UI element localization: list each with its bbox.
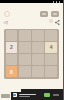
tile-8: 8: [6, 66, 18, 77]
ad-banner[interactable]: [11, 92, 64, 100]
cell: [6, 30, 18, 41]
tile-2: 2: [6, 42, 18, 53]
back-icon[interactable]: ◁: [3, 19, 8, 25]
cell: [45, 54, 57, 65]
cell: [32, 42, 44, 53]
undo-icon: [42, 13, 46, 16]
cell: 2: [6, 42, 18, 53]
battery-icon: [59, 1, 61, 3]
signal-icon: [56, 1, 58, 3]
cell: [19, 54, 31, 65]
restart-icon: [53, 13, 57, 16]
small-square-icon[interactable]: [49, 19, 53, 23]
share-icon[interactable]: [55, 20, 60, 25]
circle-icon[interactable]: [4, 11, 10, 17]
ad-extra-text: [53, 94, 59, 96]
ad-install-button[interactable]: [44, 93, 50, 97]
cell: [32, 30, 44, 41]
ad-app-icon-inner: [13, 94, 16, 97]
gray-bar: [1, 94, 10, 98]
cell: 8: [6, 66, 18, 77]
wifi-icon: [53, 1, 55, 3]
cell: [32, 54, 44, 65]
ad-title-text: [19, 94, 36, 95]
cell: [32, 66, 44, 77]
app-screen: ◁ 248: [0, 0, 63, 100]
cell: [19, 66, 31, 77]
cell: [45, 30, 57, 41]
tile-4: 4: [45, 42, 57, 53]
board[interactable]: 248: [4, 29, 59, 79]
restart-button[interactable]: [51, 11, 59, 17]
ad-subtitle-text: [19, 96, 30, 97]
cell: [19, 42, 31, 53]
cell: [45, 66, 57, 77]
cell: 4: [45, 42, 57, 53]
status-bar: [0, 0, 63, 3]
cell: [19, 30, 31, 41]
cell: [6, 54, 18, 65]
undo-button[interactable]: [40, 11, 48, 17]
ad-app-icon: [13, 93, 17, 97]
